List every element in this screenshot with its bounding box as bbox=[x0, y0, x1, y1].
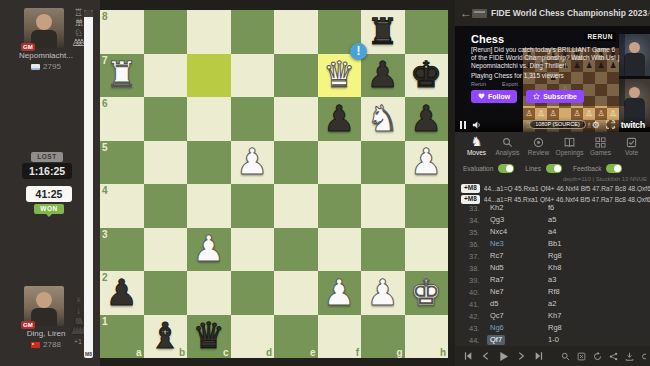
feedback-toggle-label: Feedback bbox=[573, 165, 602, 172]
black-move[interactable]: Rf8 bbox=[545, 287, 563, 297]
board-controls-bar bbox=[455, 346, 650, 366]
move-number: 33. bbox=[469, 204, 487, 213]
white-move[interactable]: Ng6 bbox=[487, 323, 507, 333]
piece-white-pawn-d5: ♟ bbox=[231, 141, 275, 185]
rerun-badge: RERUN bbox=[584, 32, 616, 41]
square-a7[interactable]: 7♜ bbox=[100, 54, 144, 98]
player-bottom-rating: 2788 bbox=[43, 340, 61, 349]
piece-black-rook-g8: ♜ bbox=[361, 10, 405, 54]
tab-analysis-label: Analysis bbox=[495, 149, 519, 156]
settings-icon-clipped[interactable] bbox=[641, 352, 646, 361]
white-move-cell: Qg3 bbox=[487, 215, 545, 225]
square-e6[interactable] bbox=[274, 97, 318, 141]
clock-white: 41:25 bbox=[26, 186, 72, 202]
avatar-bottom-player[interactable]: GM bbox=[24, 286, 64, 326]
square-h2[interactable]: ♚ bbox=[405, 271, 449, 315]
black-move[interactable]: Rg8 bbox=[545, 323, 565, 333]
square-e5[interactable] bbox=[274, 141, 318, 185]
tab-moves-label: Moves bbox=[467, 149, 486, 156]
square-b1[interactable]: b♝ bbox=[144, 315, 188, 359]
first-move-icon[interactable] bbox=[463, 351, 473, 361]
square-b5[interactable] bbox=[144, 141, 188, 185]
flip-board-icon[interactable] bbox=[577, 352, 586, 361]
pause-icon[interactable] bbox=[460, 121, 466, 129]
square-c6[interactable] bbox=[187, 97, 231, 141]
square-b7[interactable] bbox=[144, 54, 188, 98]
black-move[interactable]: Bb1 bbox=[545, 239, 564, 249]
gear-icon[interactable]: ⚙ bbox=[592, 120, 600, 130]
great-move-annotation-icon: ! bbox=[350, 43, 367, 60]
square-d8[interactable] bbox=[231, 10, 275, 54]
move-row: 41.d5a2 bbox=[469, 298, 650, 310]
stream-title: [Rerun] Did you catch today's BRILLIANT … bbox=[471, 46, 621, 70]
board-tools bbox=[561, 352, 646, 361]
rank-label-3: 3 bbox=[102, 229, 108, 240]
twitch-logo[interactable]: twitch bbox=[621, 120, 645, 130]
white-move-cell: Ng6 bbox=[487, 323, 545, 333]
white-move-cell: Qc7 bbox=[487, 311, 545, 321]
square-g2[interactable]: ♟ bbox=[361, 271, 405, 315]
quality-badge[interactable]: 1080P (SOURCE) bbox=[529, 120, 586, 130]
square-a6[interactable]: 6 bbox=[100, 97, 144, 141]
white-move-cell: Ne7 bbox=[487, 287, 545, 297]
square-c7[interactable] bbox=[187, 54, 231, 98]
tab-games[interactable]: Games bbox=[585, 136, 616, 156]
rank-label-5: 5 bbox=[102, 142, 108, 153]
piece-black-pawn-f6: ♟ bbox=[318, 97, 362, 141]
channel-subtab-rerun[interactable]: Rerun bbox=[471, 81, 486, 87]
white-move[interactable]: Qf7 bbox=[487, 335, 505, 345]
white-move[interactable]: Qg3 bbox=[487, 215, 507, 225]
move-number: 34. bbox=[469, 216, 487, 225]
piece-black-king-h7: ♚ bbox=[405, 54, 449, 98]
lines-toggle[interactable] bbox=[546, 164, 562, 173]
square-g5[interactable] bbox=[361, 141, 405, 185]
black-move[interactable]: a2 bbox=[545, 299, 559, 309]
file-label-f: f bbox=[356, 347, 359, 358]
fullscreen-icon[interactable] bbox=[606, 120, 615, 129]
square-d6[interactable] bbox=[231, 97, 275, 141]
white-move[interactable]: Ne7 bbox=[487, 287, 507, 297]
white-move-cell: Rc7 bbox=[487, 251, 545, 261]
rank-label-8: 8 bbox=[102, 11, 108, 22]
share-icon[interactable] bbox=[609, 352, 618, 361]
square-d1[interactable]: d bbox=[231, 315, 275, 359]
white-move[interactable]: Rc7 bbox=[487, 251, 506, 261]
captured-group: ♗♗ bbox=[77, 18, 79, 28]
download-icon[interactable] bbox=[625, 352, 634, 361]
tab-review-label: Review bbox=[528, 149, 549, 156]
checkbox-icon bbox=[626, 136, 637, 148]
evaluation-toggle-label: Evaluation bbox=[463, 165, 493, 172]
white-move[interactable]: Nxc4 bbox=[487, 227, 510, 237]
square-a8[interactable]: 8 bbox=[100, 10, 144, 54]
file-label-d: d bbox=[266, 347, 272, 358]
square-f1[interactable]: f bbox=[318, 315, 362, 359]
move-number: 43. bbox=[469, 324, 487, 333]
file-label-e: e bbox=[310, 347, 316, 358]
channel-subtab-export[interactable]: Export bbox=[502, 81, 518, 87]
volume-icon[interactable] bbox=[472, 120, 482, 130]
rank-label-1: 1 bbox=[102, 316, 108, 327]
player-top-name[interactable]: Nepomniacht... bbox=[0, 51, 92, 60]
white-move[interactable]: Qc7 bbox=[487, 311, 507, 321]
square-b3[interactable] bbox=[144, 228, 188, 272]
piece-white-pawn-g2: ♟ bbox=[361, 271, 405, 315]
square-a3[interactable]: 3 bbox=[100, 228, 144, 272]
lines-toggle-label: Lines bbox=[525, 165, 541, 172]
square-g1[interactable]: g bbox=[361, 315, 405, 359]
square-h6[interactable]: ♟ bbox=[405, 97, 449, 141]
piece-black-pawn-g7: ♟ bbox=[361, 54, 405, 98]
square-h8[interactable] bbox=[405, 10, 449, 54]
right-panel: ← FIDE World Chess Championship 2023 A ♜… bbox=[455, 0, 650, 366]
square-d3[interactable] bbox=[231, 228, 275, 272]
analysis-toggles: Evaluation Lines Feedback bbox=[455, 162, 650, 175]
move-number: 44. bbox=[469, 336, 487, 345]
captured-black-pieces-tray: ♜♝♞♞♟♟♟♟+1 bbox=[71, 296, 85, 345]
feedback-toggle[interactable] bbox=[606, 164, 622, 173]
move-row: 35.Nxc4a4 bbox=[469, 226, 650, 238]
file-label-h: h bbox=[440, 347, 446, 358]
square-b2[interactable] bbox=[144, 271, 188, 315]
channel-info-card: Chess [Rerun] Did you catch today's BRIL… bbox=[467, 30, 625, 106]
square-f6[interactable]: ♟ bbox=[318, 97, 362, 141]
book-icon bbox=[564, 136, 575, 148]
white-move[interactable]: Kh2 bbox=[487, 203, 506, 213]
white-move-cell: Kh2 bbox=[487, 203, 545, 213]
evaluation-toggle[interactable] bbox=[498, 164, 514, 173]
black-move[interactable]: a4 bbox=[545, 227, 559, 237]
move-row: 34.Qg3a5 bbox=[469, 214, 650, 226]
white-move-cell: Nxc4 bbox=[487, 227, 545, 237]
knight-icon: ♞ bbox=[471, 136, 483, 148]
move-number: 42. bbox=[469, 312, 487, 321]
white-move-cell: Ra7 bbox=[487, 275, 545, 285]
chess-board[interactable]: 8♜7♜♛♟♚6♟♞♟5♟♟43♟2♟♟♟♚1ab♝c♛defgh! bbox=[100, 10, 448, 358]
black-move[interactable]: Kh8 bbox=[545, 263, 564, 273]
square-f4[interactable] bbox=[318, 184, 362, 228]
piece-white-pawn-f2: ♟ bbox=[318, 271, 362, 315]
rank-label-7: 7 bbox=[102, 55, 108, 66]
twitch-stream-embed[interactable]: ♜♝♛♚♞♜♟♟♟♟♟♟♟♟♙♘♙♙♙♙♙♙♙♖♗♕♔♗♖ RERUN Ches… bbox=[455, 26, 650, 132]
square-d2[interactable] bbox=[231, 271, 275, 315]
white-move-cell: Qf7 bbox=[487, 335, 545, 345]
gm-badge-bottom: GM bbox=[21, 321, 35, 329]
previous-move-icon[interactable] bbox=[481, 351, 490, 361]
square-e7[interactable] bbox=[274, 54, 318, 98]
event-title-group: FIDE World Chess Championship 2023 bbox=[472, 8, 647, 18]
square-a4[interactable]: 4 bbox=[100, 184, 144, 228]
video-controls-bar: 1080P (SOURCE) ⚙ twitch bbox=[455, 117, 650, 132]
target-icon bbox=[533, 136, 544, 148]
square-c2[interactable] bbox=[187, 271, 231, 315]
square-e8[interactable] bbox=[274, 10, 318, 54]
square-d4[interactable] bbox=[231, 184, 275, 228]
tab-openings-label: Openings bbox=[556, 149, 584, 156]
square-f5[interactable] bbox=[318, 141, 362, 185]
move-number: 36. bbox=[469, 240, 487, 249]
square-e1[interactable]: e bbox=[274, 315, 318, 359]
engine-line-1[interactable]: +M8 44...a1=Q 45.Rxa1 Qf4+ 46.Nxf4 Bf5 4… bbox=[461, 183, 650, 194]
move-number: 35. bbox=[469, 228, 487, 237]
game-result: 1-0 bbox=[545, 335, 562, 345]
black-move[interactable]: Rg8 bbox=[545, 251, 565, 261]
rank-label-6: 6 bbox=[102, 98, 108, 109]
square-c4[interactable] bbox=[187, 184, 231, 228]
avatar-top-player[interactable]: GM bbox=[24, 8, 64, 48]
move-row: 44.Qf71-0 bbox=[469, 334, 650, 346]
move-number: 38. bbox=[469, 264, 487, 273]
tab-vote-label: Vote bbox=[625, 149, 638, 156]
square-d7[interactable] bbox=[231, 54, 275, 98]
piece-white-knight-g6: ♞ bbox=[361, 97, 405, 141]
player-top-rating-row: 2795 bbox=[0, 62, 92, 71]
square-c8[interactable] bbox=[187, 10, 231, 54]
move-row: 39.Ra7a3 bbox=[469, 274, 650, 286]
square-h1[interactable]: h bbox=[405, 315, 449, 359]
square-c5[interactable] bbox=[187, 141, 231, 185]
tab-moves[interactable]: ♞ Moves bbox=[461, 136, 492, 156]
white-move[interactable]: Ra7 bbox=[487, 275, 507, 285]
move-row: 40.Ne7Rf8 bbox=[469, 286, 650, 298]
playback-controls bbox=[463, 351, 544, 362]
follow-button[interactable]: Follow bbox=[471, 90, 517, 103]
chess-com-watch-page: GM Nepomniacht... 2795 LOST 1:16:25 41:2… bbox=[0, 0, 650, 366]
rank-label-4: 4 bbox=[102, 185, 108, 196]
reset-icon[interactable] bbox=[593, 352, 602, 361]
move-row: 33.Kh2f6 bbox=[469, 202, 650, 214]
square-h5[interactable]: ♟ bbox=[405, 141, 449, 185]
square-c3[interactable]: ♟ bbox=[187, 228, 231, 272]
square-a2[interactable]: 2♟ bbox=[100, 271, 144, 315]
heart-icon bbox=[478, 93, 485, 100]
evaluation-bar-black-part bbox=[84, 10, 93, 17]
material-advantage: +1 bbox=[74, 338, 82, 345]
tab-analysis[interactable]: Analysis bbox=[492, 136, 523, 156]
square-b8[interactable] bbox=[144, 10, 188, 54]
white-move[interactable]: Ne3 bbox=[487, 239, 507, 249]
file-label-g: g bbox=[396, 347, 402, 358]
engine-line-1-moves: 44...a1=Q 45.Rxa1 Qf4+ 46.Nxf4 Bf5 47.Ra… bbox=[484, 185, 650, 192]
file-label-c: c bbox=[223, 347, 229, 358]
square-f3[interactable] bbox=[318, 228, 362, 272]
subscribe-label: Subscribe bbox=[543, 93, 577, 100]
panel-tabs: ♞ Moves Analysis Review Openings Games bbox=[455, 132, 650, 162]
square-a1[interactable]: 1a bbox=[100, 315, 144, 359]
last-move-icon[interactable] bbox=[534, 351, 544, 361]
move-number: 39. bbox=[469, 276, 487, 285]
rank-label-2: 2 bbox=[102, 272, 108, 283]
square-b6[interactable] bbox=[144, 97, 188, 141]
piece-white-queen-f7: ♛ bbox=[318, 54, 362, 98]
engine-depth-text: depth=110 | Stockfish 13 NNUE bbox=[455, 175, 650, 183]
magnifier-icon bbox=[502, 136, 513, 148]
flag-icon-bottom bbox=[31, 342, 40, 348]
subscribe-button[interactable]: Subscribe bbox=[526, 90, 584, 103]
piece-white-pawn-h5: ♟ bbox=[405, 141, 449, 185]
tab-openings[interactable]: Openings bbox=[554, 136, 585, 156]
engine-line-1-eval: +M8 bbox=[461, 184, 480, 193]
status-badge-won: WON bbox=[34, 204, 64, 214]
move-number: 37. bbox=[469, 252, 487, 261]
move-number: 40. bbox=[469, 288, 487, 297]
square-g7[interactable]: ♟ bbox=[361, 54, 405, 98]
file-label-b: b bbox=[179, 347, 185, 358]
white-move[interactable]: Nd5 bbox=[487, 263, 507, 273]
tab-games-label: Games bbox=[590, 149, 611, 156]
viewers-line: Playing Chess for 1,315 viewers bbox=[471, 72, 621, 79]
clock-black: 1:16:25 bbox=[22, 163, 72, 179]
black-move[interactable]: a5 bbox=[545, 215, 559, 225]
evaluation-bar: M8 bbox=[84, 10, 93, 358]
square-e3[interactable] bbox=[274, 228, 318, 272]
black-move[interactable]: f6 bbox=[545, 203, 557, 213]
black-move[interactable]: a3 bbox=[545, 275, 559, 285]
player-top-rating: 2795 bbox=[43, 62, 61, 71]
status-badge-lost: LOST bbox=[31, 152, 63, 162]
tab-review[interactable]: Review bbox=[523, 136, 554, 156]
move-row: 38.Nd5Kh8 bbox=[469, 262, 650, 274]
grid-icon bbox=[595, 136, 606, 148]
square-g4[interactable] bbox=[361, 184, 405, 228]
square-h4[interactable] bbox=[405, 184, 449, 228]
square-d5[interactable]: ♟ bbox=[231, 141, 275, 185]
white-move-cell: d5 bbox=[487, 299, 545, 309]
move-row: 43.Ng6Rg8 bbox=[469, 322, 650, 334]
move-row: 42.Qc7Kh7 bbox=[469, 310, 650, 322]
captured-group: ♙♙♙ bbox=[76, 38, 81, 48]
black-move[interactable]: Kh7 bbox=[545, 311, 564, 321]
move-number: 41. bbox=[469, 300, 487, 309]
tab-vote[interactable]: Vote bbox=[616, 136, 647, 156]
follow-label: Follow bbox=[488, 93, 510, 100]
flag-icon-top bbox=[31, 64, 40, 70]
square-f2[interactable]: ♟ bbox=[318, 271, 362, 315]
channel-buttons: Follow Subscribe bbox=[471, 90, 621, 103]
move-row: 36.Ne3Bb1 bbox=[469, 238, 650, 250]
white-move-cell: Nd5 bbox=[487, 263, 545, 273]
square-h3[interactable] bbox=[405, 228, 449, 272]
move-list: 33.Kh2f634.Qg3a535.Nxc4a436.Ne3Bb137.Rc7… bbox=[455, 202, 650, 346]
star-icon bbox=[533, 93, 540, 100]
square-g6[interactable]: ♞ bbox=[361, 97, 405, 141]
gm-badge-top: GM bbox=[21, 43, 35, 51]
event-logo bbox=[472, 9, 487, 18]
square-f7[interactable]: ♛ bbox=[318, 54, 362, 98]
back-arrow-icon[interactable]: ← bbox=[460, 6, 472, 20]
play-icon[interactable] bbox=[498, 351, 509, 362]
white-move-cell: Ne3 bbox=[487, 239, 545, 249]
file-label-a: a bbox=[136, 347, 142, 358]
square-a5[interactable]: 5 bbox=[100, 141, 144, 185]
captured-white-pieces-tray: ♖♗♗♘♙♙♙ bbox=[71, 8, 85, 48]
evaluation-bar-label: M8 bbox=[84, 351, 93, 357]
zoom-icon[interactable] bbox=[561, 352, 570, 361]
square-e4[interactable] bbox=[274, 184, 318, 228]
piece-white-pawn-c3: ♟ bbox=[187, 228, 231, 272]
white-move[interactable]: d5 bbox=[487, 299, 501, 309]
square-g3[interactable] bbox=[361, 228, 405, 272]
captured-group: ♟♟♟♟ bbox=[74, 326, 82, 336]
square-e2[interactable] bbox=[274, 271, 318, 315]
piece-black-pawn-h6: ♟ bbox=[405, 97, 449, 141]
square-h7[interactable]: ♚ bbox=[405, 54, 449, 98]
square-c1[interactable]: c♛ bbox=[187, 315, 231, 359]
channel-subtabs: Rerun Export bbox=[471, 81, 621, 87]
move-row: 37.Rc7Rg8 bbox=[469, 250, 650, 262]
square-g8[interactable]: ♜ bbox=[361, 10, 405, 54]
square-b4[interactable] bbox=[144, 184, 188, 228]
next-move-icon[interactable] bbox=[517, 351, 526, 361]
event-title: FIDE World Chess Championship 2023 bbox=[491, 8, 647, 18]
event-header: ← FIDE World Chess Championship 2023 A bbox=[455, 0, 650, 26]
piece-white-king-h2: ♚ bbox=[405, 271, 449, 315]
